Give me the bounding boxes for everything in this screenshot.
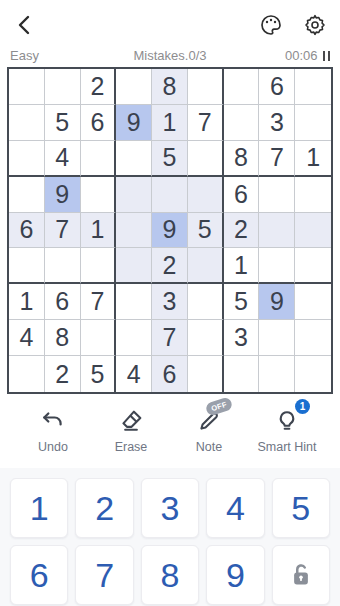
cell-r3c7[interactable]: 8 xyxy=(224,141,260,177)
difficulty-label: Easy xyxy=(10,48,100,63)
cell-r8c3[interactable] xyxy=(81,320,117,356)
timer-label: 00:06 xyxy=(285,48,318,63)
cell-r9c8[interactable] xyxy=(259,356,295,392)
cell-r3c2[interactable]: 4 xyxy=(45,141,81,177)
note-label: Note xyxy=(196,440,222,454)
cell-r2c8[interactable]: 3 xyxy=(259,105,295,141)
pencil-icon: OFF xyxy=(194,406,224,436)
cell-r3c8[interactable]: 7 xyxy=(259,141,295,177)
cell-r2c9[interactable] xyxy=(295,105,331,141)
cell-r7c9[interactable] xyxy=(295,284,331,320)
cell-r2c1[interactable] xyxy=(9,105,45,141)
cell-r4c8[interactable] xyxy=(259,177,295,213)
cell-r1c5[interactable]: 8 xyxy=(152,69,188,105)
numpad-9[interactable]: 9 xyxy=(206,545,264,605)
cell-r4c9[interactable] xyxy=(295,177,331,213)
cell-r1c6[interactable] xyxy=(188,69,224,105)
numpad-8[interactable]: 8 xyxy=(141,545,199,605)
back-chevron-icon xyxy=(14,14,36,36)
cell-r9c6[interactable] xyxy=(188,356,224,392)
cell-r1c8[interactable]: 6 xyxy=(259,69,295,105)
cell-r3c3[interactable] xyxy=(81,141,117,177)
cell-r9c2[interactable]: 2 xyxy=(45,356,81,392)
toolbar: Undo Erase OFF Note xyxy=(0,394,340,454)
status-row: Easy Mistakes.0/3 00:06 xyxy=(0,42,340,67)
erase-button[interactable]: Erase xyxy=(92,406,170,454)
cell-r1c9[interactable] xyxy=(295,69,331,105)
cell-r1c7[interactable] xyxy=(224,69,260,105)
board-wrap: 28656917345871966719522116735948732546 xyxy=(0,67,340,394)
numpad-6[interactable]: 6 xyxy=(10,545,68,605)
top-bar-actions xyxy=(258,12,328,38)
cell-r4c2[interactable]: 9 xyxy=(45,177,81,213)
unlock-icon xyxy=(286,560,316,590)
cell-r1c1[interactable] xyxy=(9,69,45,105)
cell-r9c9[interactable] xyxy=(295,356,331,392)
cell-r5c3[interactable]: 1 xyxy=(81,213,117,249)
gear-icon xyxy=(303,13,327,37)
cell-r9c1[interactable] xyxy=(9,356,45,392)
cell-r6c4[interactable] xyxy=(116,248,152,284)
cell-r2c5[interactable]: 1 xyxy=(152,105,188,141)
cell-r1c4[interactable] xyxy=(116,69,152,105)
smart-hint-label: Smart Hint xyxy=(257,440,316,454)
cell-r5c9[interactable] xyxy=(295,213,331,249)
timer-area: 00:06 xyxy=(240,48,330,63)
cell-r3c4[interactable] xyxy=(116,141,152,177)
cell-r9c3[interactable]: 5 xyxy=(81,356,117,392)
undo-icon xyxy=(38,406,68,436)
undo-button[interactable]: Undo xyxy=(14,406,92,454)
numpad-1[interactable]: 1 xyxy=(10,478,68,538)
cell-r2c6[interactable]: 7 xyxy=(188,105,224,141)
cell-r8c5[interactable]: 7 xyxy=(152,320,188,356)
cell-r1c2[interactable] xyxy=(45,69,81,105)
cell-r9c5[interactable]: 6 xyxy=(152,356,188,392)
cell-r6c7[interactable]: 1 xyxy=(224,248,260,284)
cell-r3c5[interactable]: 5 xyxy=(152,141,188,177)
mistakes-label: Mistakes.0/3 xyxy=(100,48,240,63)
cell-r8c7[interactable]: 3 xyxy=(224,320,260,356)
cell-r7c3[interactable]: 7 xyxy=(81,284,117,320)
smart-hint-button[interactable]: 1 Smart Hint xyxy=(248,406,326,454)
cell-r4c1[interactable] xyxy=(9,177,45,213)
back-button[interactable] xyxy=(12,12,38,38)
cell-r9c7[interactable] xyxy=(224,356,260,392)
cell-r2c7[interactable] xyxy=(224,105,260,141)
cell-r8c4[interactable] xyxy=(116,320,152,356)
cell-r4c7[interactable]: 6 xyxy=(224,177,260,213)
cell-r2c4[interactable]: 9 xyxy=(116,105,152,141)
undo-label: Undo xyxy=(38,440,68,454)
cell-r4c5[interactable] xyxy=(152,177,188,213)
cell-r4c4[interactable] xyxy=(116,177,152,213)
settings-button[interactable] xyxy=(302,12,328,38)
cell-r1c3[interactable]: 2 xyxy=(81,69,117,105)
numpad-2[interactable]: 2 xyxy=(75,478,133,538)
cell-r5c4[interactable] xyxy=(116,213,152,249)
eraser-icon xyxy=(116,406,146,436)
cell-r5c8[interactable] xyxy=(259,213,295,249)
note-button[interactable]: OFF Note xyxy=(170,406,248,454)
numpad-7[interactable]: 7 xyxy=(75,545,133,605)
cell-r8c9[interactable] xyxy=(295,320,331,356)
cell-r8c1[interactable]: 4 xyxy=(9,320,45,356)
lock-button[interactable] xyxy=(272,545,330,605)
cell-r6c5[interactable]: 2 xyxy=(152,248,188,284)
cell-r7c7[interactable]: 5 xyxy=(224,284,260,320)
cell-r8c2[interactable]: 8 xyxy=(45,320,81,356)
cell-r2c3[interactable]: 6 xyxy=(81,105,117,141)
cell-r5c7[interactable]: 2 xyxy=(224,213,260,249)
cell-r8c6[interactable] xyxy=(188,320,224,356)
cell-r7c6[interactable] xyxy=(188,284,224,320)
cell-r7c1[interactable]: 1 xyxy=(9,284,45,320)
pause-icon[interactable] xyxy=(323,51,331,61)
cell-r7c8[interactable]: 9 xyxy=(259,284,295,320)
sudoku-app: Easy Mistakes.0/3 00:06 2865691734587196… xyxy=(0,0,340,606)
cell-r6c8[interactable] xyxy=(259,248,295,284)
cell-r3c1[interactable] xyxy=(9,141,45,177)
cell-r7c4[interactable] xyxy=(116,284,152,320)
cell-r5c2[interactable]: 7 xyxy=(45,213,81,249)
theme-button[interactable] xyxy=(258,12,284,38)
palette-icon xyxy=(259,13,283,37)
hint-count-badge: 1 xyxy=(295,399,310,414)
cell-r6c6[interactable] xyxy=(188,248,224,284)
cell-r4c6[interactable] xyxy=(188,177,224,213)
cell-r5c5[interactable]: 9 xyxy=(152,213,188,249)
cell-r5c1[interactable]: 6 xyxy=(9,213,45,249)
erase-label: Erase xyxy=(115,440,148,454)
cell-r5c6[interactable]: 5 xyxy=(188,213,224,249)
cell-r8c8[interactable] xyxy=(259,320,295,356)
number-pad: 1 2 3 4 5 6 7 8 9 xyxy=(0,468,340,606)
top-bar xyxy=(0,0,340,42)
cell-r3c9[interactable]: 1 xyxy=(295,141,331,177)
cell-r7c2[interactable]: 6 xyxy=(45,284,81,320)
cell-r4c3[interactable] xyxy=(81,177,117,213)
sudoku-board: 28656917345871966719522116735948732546 xyxy=(7,67,333,394)
numpad-3[interactable]: 3 xyxy=(141,478,199,538)
cell-r6c9[interactable] xyxy=(295,248,331,284)
cell-r6c2[interactable] xyxy=(45,248,81,284)
number-pad-grid: 1 2 3 4 5 6 7 8 9 xyxy=(10,478,330,605)
cell-r6c3[interactable] xyxy=(81,248,117,284)
cell-r7c5[interactable]: 3 xyxy=(152,284,188,320)
cell-r2c2[interactable]: 5 xyxy=(45,105,81,141)
cell-r3c6[interactable] xyxy=(188,141,224,177)
cell-r6c1[interactable] xyxy=(9,248,45,284)
cell-r9c4[interactable]: 4 xyxy=(116,356,152,392)
numpad-5[interactable]: 5 xyxy=(272,478,330,538)
numpad-4[interactable]: 4 xyxy=(206,478,264,538)
lightbulb-icon: 1 xyxy=(272,406,302,436)
